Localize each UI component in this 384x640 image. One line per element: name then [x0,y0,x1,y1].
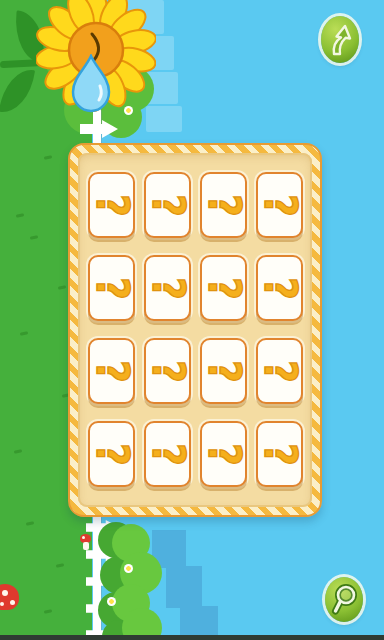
card-14[interactable]: ? [144,421,191,487]
back-button[interactable] [321,16,359,63]
card-back-question: ? [89,194,133,217]
card-6[interactable]: ? [144,255,191,321]
card-8[interactable]: ? [256,255,303,321]
card-back-question: ? [201,443,245,466]
mushroom-dot [0,602,4,606]
bush-flower [107,597,116,606]
card-back-question: ? [89,277,133,300]
card-grid: ? ? ? ? ? ? ? ? ? ? ? ? ? ? ? ? [78,153,312,507]
card-12[interactable]: ? [256,338,303,404]
card-back-question: ? [145,277,189,300]
water-drop-icon [70,54,112,114]
game-screen: ? ? ? ? ? ? ? ? ? ? ? ? ? ? ? ? [0,0,384,640]
memory-board: ? ? ? ? ? ? ? ? ? ? ? ? ? ? ? ? [68,143,322,517]
card-16[interactable]: ? [256,421,303,487]
card-back-question: ? [257,360,301,383]
card-back-question: ? [89,360,133,383]
mushroom-dot [10,600,15,605]
mushroom-dot [2,590,8,596]
card-back-question: ? [201,277,245,300]
card-back-question: ? [257,194,301,217]
card-13[interactable]: ? [88,421,135,487]
card-back-question: ? [257,277,301,300]
bush-flower [124,564,133,573]
card-back-question: ? [201,194,245,217]
card-3[interactable]: ? [200,172,247,238]
card-back-question: ? [145,443,189,466]
card-back-question: ? [201,360,245,383]
card-7[interactable]: ? [200,255,247,321]
mushroom-stem [83,542,89,550]
card-11[interactable]: ? [200,338,247,404]
card-15[interactable]: ? [200,421,247,487]
bottom-edge-strip [0,635,384,640]
mushroom-dot [82,536,85,539]
card-5[interactable]: ? [88,255,135,321]
card-1[interactable]: ? [88,172,135,238]
card-4[interactable]: ? [256,172,303,238]
card-back-question: ? [257,443,301,466]
curved-up-arrow-icon [325,21,355,59]
card-back-question: ? [145,360,189,383]
magnifier-icon [329,582,359,618]
zoom-button[interactable] [325,577,363,622]
card-back-question: ? [89,443,133,466]
card-9[interactable]: ? [88,338,135,404]
card-10[interactable]: ? [144,338,191,404]
card-2[interactable]: ? [144,172,191,238]
sky-step [166,566,202,608]
card-back-question: ? [145,194,189,217]
